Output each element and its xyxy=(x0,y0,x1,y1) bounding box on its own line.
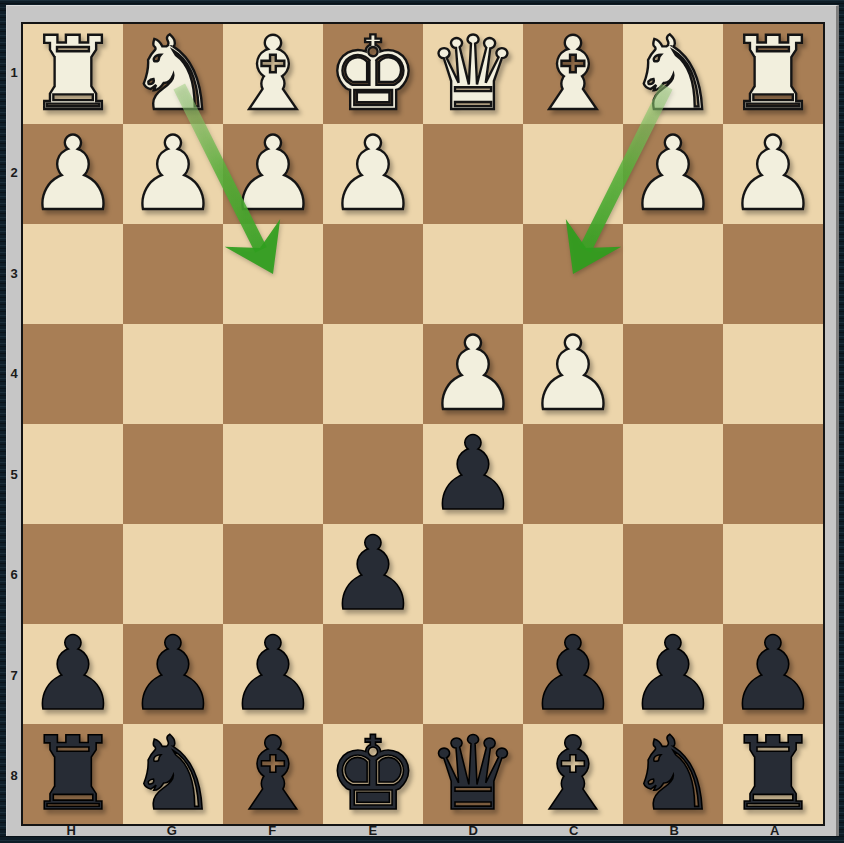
piece-white-bishop-f1[interactable]: ♝ xyxy=(227,24,318,124)
piece-white-pawn-f2[interactable]: ♟ xyxy=(227,124,318,224)
piece-white-pawn-a2[interactable]: ♟ xyxy=(727,124,818,224)
square-h1[interactable]: ♜ xyxy=(23,24,123,124)
square-b5[interactable] xyxy=(623,424,723,524)
piece-black-pawn-h7[interactable]: ♟ xyxy=(27,624,118,724)
piece-white-pawn-d4[interactable]: ♟ xyxy=(427,324,518,424)
square-g6[interactable] xyxy=(123,524,223,624)
square-c2[interactable] xyxy=(523,124,623,224)
square-h6[interactable] xyxy=(23,524,123,624)
square-d7[interactable] xyxy=(423,624,523,724)
square-d5[interactable]: ♟ xyxy=(423,424,523,524)
file-label-c: C xyxy=(524,824,625,837)
square-f7[interactable]: ♟ xyxy=(223,624,323,724)
square-f6[interactable] xyxy=(223,524,323,624)
square-d2[interactable] xyxy=(423,124,523,224)
square-f2[interactable]: ♟ xyxy=(223,124,323,224)
square-h7[interactable]: ♟ xyxy=(23,624,123,724)
file-label-f: F xyxy=(222,824,323,837)
piece-black-pawn-d5[interactable]: ♟ xyxy=(427,424,518,524)
square-a4[interactable] xyxy=(723,324,823,424)
square-c7[interactable]: ♟ xyxy=(523,624,623,724)
file-label-a: A xyxy=(725,824,826,837)
file-label-d: D xyxy=(423,824,524,837)
square-d6[interactable] xyxy=(423,524,523,624)
piece-white-king-e1[interactable]: ♚ xyxy=(327,24,418,124)
square-h2[interactable]: ♟ xyxy=(23,124,123,224)
board-frame: 12345678 ♜♞♝♚♛♝♞♜♟♟♟♟♟♟♟♟♟♟♟♟♟♟♟♟♜♞♝♚♛♝♞… xyxy=(6,5,839,836)
square-g1[interactable]: ♞ xyxy=(123,24,223,124)
rank-label-6: 6 xyxy=(7,525,21,626)
rank-coordinates: 12345678 xyxy=(7,22,21,826)
square-d3[interactable] xyxy=(423,224,523,324)
piece-black-rook-a8[interactable]: ♜ xyxy=(727,724,818,824)
square-f1[interactable]: ♝ xyxy=(223,24,323,124)
file-label-e: E xyxy=(323,824,424,837)
square-b1[interactable]: ♞ xyxy=(623,24,723,124)
square-e4[interactable] xyxy=(323,324,423,424)
square-a8[interactable]: ♜ xyxy=(723,724,823,824)
square-g7[interactable]: ♟ xyxy=(123,624,223,724)
piece-black-king-e8[interactable]: ♚ xyxy=(327,724,418,824)
square-c3[interactable] xyxy=(523,224,623,324)
square-b6[interactable] xyxy=(623,524,723,624)
square-a5[interactable] xyxy=(723,424,823,524)
square-a6[interactable] xyxy=(723,524,823,624)
square-f8[interactable]: ♝ xyxy=(223,724,323,824)
piece-black-pawn-b7[interactable]: ♟ xyxy=(627,624,718,724)
chess-board: ♜♞♝♚♛♝♞♜♟♟♟♟♟♟♟♟♟♟♟♟♟♟♟♟♜♞♝♚♛♝♞♜ xyxy=(21,22,825,826)
square-g5[interactable] xyxy=(123,424,223,524)
piece-white-pawn-h2[interactable]: ♟ xyxy=(27,124,118,224)
square-a2[interactable]: ♟ xyxy=(723,124,823,224)
square-b8[interactable]: ♞ xyxy=(623,724,723,824)
chess-board-window: 12345678 ♜♞♝♚♛♝♞♜♟♟♟♟♟♟♟♟♟♟♟♟♟♟♟♟♜♞♝♚♛♝♞… xyxy=(0,0,844,843)
piece-black-knight-g8[interactable]: ♞ xyxy=(127,724,218,824)
square-d1[interactable]: ♛ xyxy=(423,24,523,124)
piece-white-rook-a1[interactable]: ♜ xyxy=(727,24,818,124)
rank-label-2: 2 xyxy=(7,123,21,224)
piece-black-pawn-g7[interactable]: ♟ xyxy=(127,624,218,724)
piece-white-knight-g1[interactable]: ♞ xyxy=(127,24,218,124)
board-grid: ♜♞♝♚♛♝♞♜♟♟♟♟♟♟♟♟♟♟♟♟♟♟♟♟♜♞♝♚♛♝♞♜ xyxy=(23,24,823,824)
file-label-g: G xyxy=(122,824,223,837)
piece-white-bishop-c1[interactable]: ♝ xyxy=(527,24,618,124)
square-g8[interactable]: ♞ xyxy=(123,724,223,824)
piece-black-pawn-a7[interactable]: ♟ xyxy=(727,624,818,724)
piece-white-pawn-c4[interactable]: ♟ xyxy=(527,324,618,424)
piece-black-pawn-f7[interactable]: ♟ xyxy=(227,624,318,724)
square-b3[interactable] xyxy=(623,224,723,324)
square-d8[interactable]: ♛ xyxy=(423,724,523,824)
square-h5[interactable] xyxy=(23,424,123,524)
square-c5[interactable] xyxy=(523,424,623,524)
rank-label-4: 4 xyxy=(7,324,21,425)
square-g4[interactable] xyxy=(123,324,223,424)
square-b4[interactable] xyxy=(623,324,723,424)
piece-white-pawn-e2[interactable]: ♟ xyxy=(327,124,418,224)
square-g3[interactable] xyxy=(123,224,223,324)
piece-black-pawn-e6[interactable]: ♟ xyxy=(327,524,418,624)
piece-white-rook-h1[interactable]: ♜ xyxy=(27,24,118,124)
square-b2[interactable]: ♟ xyxy=(623,124,723,224)
square-h4[interactable] xyxy=(23,324,123,424)
piece-white-queen-d1[interactable]: ♛ xyxy=(427,24,518,124)
rank-label-5: 5 xyxy=(7,424,21,525)
square-e8[interactable]: ♚ xyxy=(323,724,423,824)
piece-black-bishop-f8[interactable]: ♝ xyxy=(227,724,318,824)
square-c4[interactable]: ♟ xyxy=(523,324,623,424)
square-e1[interactable]: ♚ xyxy=(323,24,423,124)
square-a1[interactable]: ♜ xyxy=(723,24,823,124)
rank-label-3: 3 xyxy=(7,223,21,324)
square-f5[interactable] xyxy=(223,424,323,524)
square-c1[interactable]: ♝ xyxy=(523,24,623,124)
square-d4[interactable]: ♟ xyxy=(423,324,523,424)
square-h8[interactable]: ♜ xyxy=(23,724,123,824)
square-e5[interactable] xyxy=(323,424,423,524)
file-label-h: H xyxy=(21,824,122,837)
square-g2[interactable]: ♟ xyxy=(123,124,223,224)
piece-black-knight-b8[interactable]: ♞ xyxy=(627,724,718,824)
file-label-b: B xyxy=(624,824,725,837)
piece-black-rook-h8[interactable]: ♜ xyxy=(27,724,118,824)
square-e6[interactable]: ♟ xyxy=(323,524,423,624)
rank-label-7: 7 xyxy=(7,625,21,726)
rank-label-1: 1 xyxy=(7,22,21,123)
file-coordinates: HGFEDCBA xyxy=(21,824,825,837)
piece-black-bishop-c8[interactable]: ♝ xyxy=(527,724,618,824)
square-c8[interactable]: ♝ xyxy=(523,724,623,824)
square-f3[interactable] xyxy=(223,224,323,324)
square-a3[interactable] xyxy=(723,224,823,324)
piece-white-pawn-g2[interactable]: ♟ xyxy=(127,124,218,224)
square-f4[interactable] xyxy=(223,324,323,424)
piece-black-queen-d8[interactable]: ♛ xyxy=(427,724,518,824)
square-a7[interactable]: ♟ xyxy=(723,624,823,724)
rank-label-8: 8 xyxy=(7,726,21,827)
square-e2[interactable]: ♟ xyxy=(323,124,423,224)
piece-white-knight-b1[interactable]: ♞ xyxy=(627,24,718,124)
square-e7[interactable] xyxy=(323,624,423,724)
square-c6[interactable] xyxy=(523,524,623,624)
square-e3[interactable] xyxy=(323,224,423,324)
piece-white-pawn-b2[interactable]: ♟ xyxy=(627,124,718,224)
square-h3[interactable] xyxy=(23,224,123,324)
square-b7[interactable]: ♟ xyxy=(623,624,723,724)
piece-black-pawn-c7[interactable]: ♟ xyxy=(527,624,618,724)
